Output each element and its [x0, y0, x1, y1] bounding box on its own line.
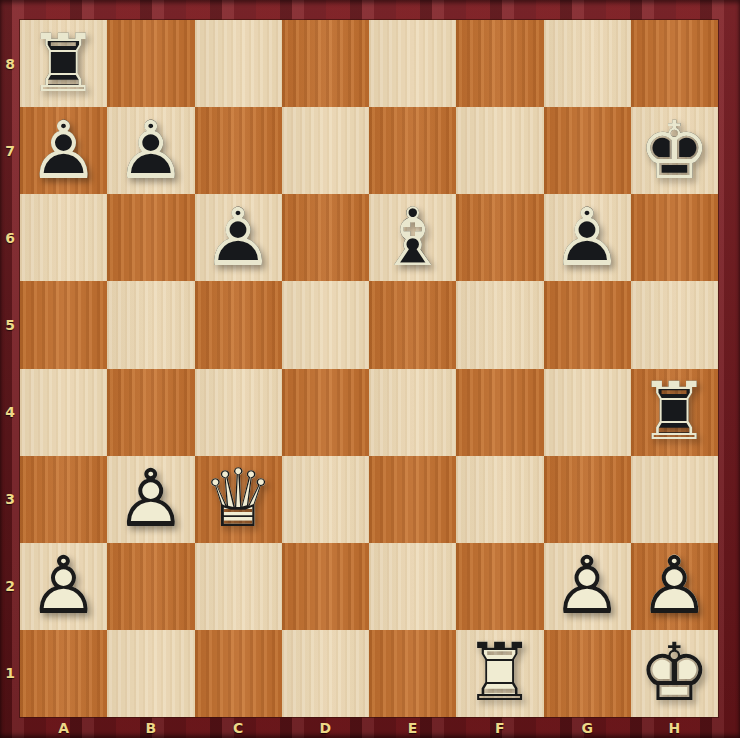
square-e6[interactable]: ♝♗: [369, 194, 456, 281]
black-rook-outline-glyph: ♖: [634, 372, 714, 452]
square-d2[interactable]: [282, 543, 369, 630]
square-d3[interactable]: [282, 456, 369, 543]
square-g7[interactable]: [544, 107, 631, 194]
black-pawn[interactable]: ♟♙: [198, 198, 278, 278]
square-a6[interactable]: [20, 194, 107, 281]
square-f3[interactable]: [456, 456, 543, 543]
square-b1[interactable]: [107, 630, 194, 717]
white-pawn-outline-glyph: ♙: [24, 546, 104, 626]
square-f8[interactable]: [456, 20, 543, 107]
square-b3[interactable]: ♟♙: [107, 456, 194, 543]
square-g8[interactable]: [544, 20, 631, 107]
file-label-f: F: [456, 717, 543, 738]
file-label-b: B: [107, 717, 194, 738]
rank-label-8: 8: [0, 20, 20, 107]
black-rook[interactable]: ♜♖: [24, 24, 104, 104]
black-pawn-outline-glyph: ♙: [111, 111, 191, 191]
square-a8[interactable]: ♜♖: [20, 20, 107, 107]
rank-labels: 87654321: [0, 20, 20, 717]
black-king[interactable]: ♚♔: [634, 111, 714, 191]
white-king[interactable]: ♚♔: [634, 633, 714, 713]
square-g2[interactable]: ♟♙: [544, 543, 631, 630]
square-e2[interactable]: [369, 543, 456, 630]
square-c5[interactable]: [195, 281, 282, 368]
white-pawn[interactable]: ♟♙: [24, 546, 104, 626]
square-d4[interactable]: [282, 369, 369, 456]
square-c7[interactable]: [195, 107, 282, 194]
black-king-outline-glyph: ♔: [634, 111, 714, 191]
black-pawn-outline-glyph: ♙: [547, 198, 627, 278]
square-c4[interactable]: [195, 369, 282, 456]
square-f6[interactable]: [456, 194, 543, 281]
white-pawn[interactable]: ♟♙: [634, 546, 714, 626]
square-a3[interactable]: [20, 456, 107, 543]
square-d6[interactable]: [282, 194, 369, 281]
square-a7[interactable]: ♟♙: [20, 107, 107, 194]
square-e3[interactable]: [369, 456, 456, 543]
black-pawn[interactable]: ♟♙: [111, 111, 191, 191]
square-d7[interactable]: [282, 107, 369, 194]
square-f1[interactable]: ♜♖: [456, 630, 543, 717]
rank-label-2: 2: [0, 543, 20, 630]
square-f7[interactable]: [456, 107, 543, 194]
square-h5[interactable]: [631, 281, 718, 368]
square-c6[interactable]: ♟♙: [195, 194, 282, 281]
square-h6[interactable]: [631, 194, 718, 281]
white-king-outline-glyph: ♔: [634, 633, 714, 713]
rank-label-5: 5: [0, 281, 20, 368]
file-label-c: C: [195, 717, 282, 738]
square-b7[interactable]: ♟♙: [107, 107, 194, 194]
square-g5[interactable]: [544, 281, 631, 368]
black-pawn-outline-glyph: ♙: [198, 198, 278, 278]
square-d8[interactable]: [282, 20, 369, 107]
rank-label-3: 3: [0, 456, 20, 543]
white-pawn[interactable]: ♟♙: [547, 546, 627, 626]
square-h3[interactable]: [631, 456, 718, 543]
square-f4[interactable]: [456, 369, 543, 456]
square-h4[interactable]: ♜♖: [631, 369, 718, 456]
square-b6[interactable]: [107, 194, 194, 281]
file-label-g: G: [544, 717, 631, 738]
black-rook-outline-glyph: ♖: [24, 24, 104, 104]
square-e1[interactable]: [369, 630, 456, 717]
square-f2[interactable]: [456, 543, 543, 630]
square-c2[interactable]: [195, 543, 282, 630]
rank-label-7: 7: [0, 107, 20, 194]
square-g6[interactable]: ♟♙: [544, 194, 631, 281]
square-e8[interactable]: [369, 20, 456, 107]
square-f5[interactable]: [456, 281, 543, 368]
black-rook[interactable]: ♜♖: [634, 372, 714, 452]
square-b5[interactable]: [107, 281, 194, 368]
white-queen-outline-glyph: ♕: [198, 459, 278, 539]
square-h8[interactable]: [631, 20, 718, 107]
white-rook-outline-glyph: ♖: [460, 633, 540, 713]
black-bishop[interactable]: ♝♗: [373, 198, 453, 278]
chess-board: ♜♖♟♙♟♙♚♔♟♙♝♗♟♙♜♖♟♙♛♕♟♙♟♙♟♙♜♖♚♔: [20, 20, 718, 717]
square-c1[interactable]: [195, 630, 282, 717]
square-g3[interactable]: [544, 456, 631, 543]
square-e7[interactable]: [369, 107, 456, 194]
file-label-a: A: [20, 717, 107, 738]
square-b8[interactable]: [107, 20, 194, 107]
white-pawn-outline-glyph: ♙: [634, 546, 714, 626]
black-pawn-outline-glyph: ♙: [24, 111, 104, 191]
rank-label-4: 4: [0, 369, 20, 456]
square-a1[interactable]: [20, 630, 107, 717]
black-bishop-outline-glyph: ♗: [373, 198, 453, 278]
black-pawn[interactable]: ♟♙: [24, 111, 104, 191]
square-a4[interactable]: [20, 369, 107, 456]
white-pawn-outline-glyph: ♙: [547, 546, 627, 626]
white-rook[interactable]: ♜♖: [460, 633, 540, 713]
square-e5[interactable]: [369, 281, 456, 368]
white-pawn[interactable]: ♟♙: [111, 459, 191, 539]
file-label-e: E: [369, 717, 456, 738]
rank-label-1: 1: [0, 630, 20, 717]
square-b4[interactable]: [107, 369, 194, 456]
white-queen[interactable]: ♛♕: [198, 459, 278, 539]
file-label-d: D: [282, 717, 369, 738]
square-a2[interactable]: ♟♙: [20, 543, 107, 630]
black-pawn[interactable]: ♟♙: [547, 198, 627, 278]
square-a5[interactable]: [20, 281, 107, 368]
square-h1[interactable]: ♚♔: [631, 630, 718, 717]
square-g1[interactable]: [544, 630, 631, 717]
chess-board-frame: 87654321 ABCDEFGH ♜♖♟♙♟♙♚♔♟♙♝♗♟♙♜♖♟♙♛♕♟♙…: [0, 0, 740, 738]
square-h2[interactable]: ♟♙: [631, 543, 718, 630]
square-g4[interactable]: [544, 369, 631, 456]
white-pawn-outline-glyph: ♙: [111, 459, 191, 539]
square-c3[interactable]: ♛♕: [195, 456, 282, 543]
square-b2[interactable]: [107, 543, 194, 630]
rank-label-6: 6: [0, 194, 20, 281]
square-d5[interactable]: [282, 281, 369, 368]
file-label-h: H: [631, 717, 718, 738]
square-e4[interactable]: [369, 369, 456, 456]
square-h7[interactable]: ♚♔: [631, 107, 718, 194]
square-c8[interactable]: [195, 20, 282, 107]
square-d1[interactable]: [282, 630, 369, 717]
file-labels: ABCDEFGH: [20, 717, 718, 738]
